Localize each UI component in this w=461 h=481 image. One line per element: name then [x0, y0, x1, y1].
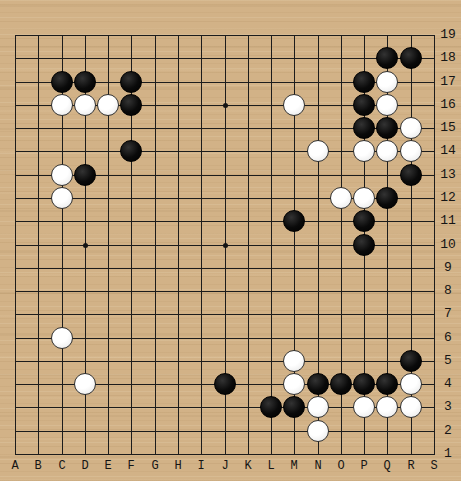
column-label: O [333, 459, 349, 473]
column-label: E [100, 459, 116, 473]
row-label: 8 [438, 284, 458, 298]
black-stone [330, 373, 352, 395]
black-stone [400, 47, 422, 69]
black-stone [376, 47, 398, 69]
grid-line [15, 268, 435, 269]
white-stone [400, 396, 422, 418]
column-label: P [356, 459, 372, 473]
go-board-diagram: ABCDEFGHIJKLMNOPQRS191817161514131211109… [0, 0, 461, 481]
black-stone [376, 117, 398, 139]
row-label: 6 [438, 331, 458, 345]
column-label: B [30, 459, 46, 473]
star-point [223, 243, 228, 248]
row-label: 16 [438, 98, 458, 112]
row-label: 11 [438, 214, 458, 228]
row-label: 5 [438, 354, 458, 368]
column-label: K [240, 459, 256, 473]
white-stone [97, 94, 119, 116]
black-stone [376, 187, 398, 209]
grid-line [15, 361, 435, 362]
white-stone [51, 164, 73, 186]
row-label: 9 [438, 261, 458, 275]
black-stone [283, 396, 305, 418]
grid-line [15, 338, 435, 339]
black-stone [400, 164, 422, 186]
column-label: Q [379, 459, 395, 473]
grid-line [15, 291, 435, 292]
column-label: R [403, 459, 419, 473]
white-stone [376, 94, 398, 116]
black-stone [353, 71, 375, 93]
white-stone [51, 327, 73, 349]
white-stone [376, 140, 398, 162]
row-label: 1 [438, 447, 458, 461]
row-label: 19 [438, 28, 458, 42]
white-stone [74, 94, 96, 116]
black-stone [400, 350, 422, 372]
row-label: 15 [438, 121, 458, 135]
black-stone [214, 373, 236, 395]
white-stone [283, 94, 305, 116]
black-stone [353, 373, 375, 395]
black-stone [283, 210, 305, 232]
column-label: A [7, 459, 23, 473]
white-stone [74, 373, 96, 395]
star-point [83, 243, 88, 248]
white-stone [353, 396, 375, 418]
row-label: 4 [438, 377, 458, 391]
white-stone [307, 396, 329, 418]
black-stone [376, 373, 398, 395]
row-label: 10 [438, 238, 458, 252]
black-stone [51, 71, 73, 93]
black-stone [120, 140, 142, 162]
white-stone [400, 140, 422, 162]
white-stone [353, 140, 375, 162]
white-stone [283, 350, 305, 372]
white-stone [400, 117, 422, 139]
white-stone [376, 396, 398, 418]
white-stone [330, 187, 352, 209]
grid-line [271, 35, 272, 455]
column-label: N [310, 459, 326, 473]
column-label: M [286, 459, 302, 473]
white-stone [400, 373, 422, 395]
column-label: G [147, 459, 163, 473]
grid-line [15, 454, 435, 455]
row-label: 7 [438, 307, 458, 321]
black-stone [353, 234, 375, 256]
white-stone [307, 420, 329, 442]
column-label: J [217, 459, 233, 473]
column-label: I [193, 459, 209, 473]
star-point [223, 103, 228, 108]
column-label: D [77, 459, 93, 473]
row-label: 2 [438, 424, 458, 438]
black-stone [120, 71, 142, 93]
black-stone [120, 94, 142, 116]
black-stone [260, 396, 282, 418]
grid-line [15, 314, 435, 315]
row-label: 12 [438, 191, 458, 205]
white-stone [307, 140, 329, 162]
white-stone [51, 187, 73, 209]
column-label: S [426, 459, 442, 473]
white-stone [376, 71, 398, 93]
white-stone [51, 94, 73, 116]
column-label: F [123, 459, 139, 473]
black-stone [307, 373, 329, 395]
row-label: 17 [438, 75, 458, 89]
black-stone [353, 117, 375, 139]
row-label: 14 [438, 144, 458, 158]
row-label: 3 [438, 400, 458, 414]
row-label: 13 [438, 168, 458, 182]
row-label: 18 [438, 51, 458, 65]
white-stone [283, 373, 305, 395]
column-label: H [170, 459, 186, 473]
black-stone [74, 71, 96, 93]
column-label: C [54, 459, 70, 473]
grid-line [15, 431, 435, 432]
black-stone [74, 164, 96, 186]
column-label: L [263, 459, 279, 473]
grid-line [248, 35, 249, 455]
white-stone [353, 187, 375, 209]
black-stone [353, 94, 375, 116]
black-stone [353, 210, 375, 232]
grid-line [434, 35, 435, 455]
